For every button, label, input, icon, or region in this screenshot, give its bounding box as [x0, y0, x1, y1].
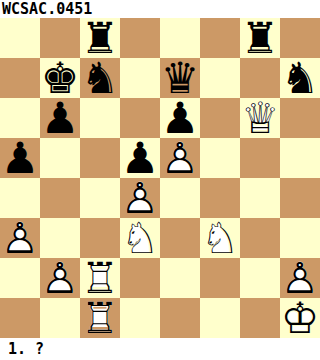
square-f2[interactable]	[200, 258, 240, 298]
piece-fill: ♛	[240, 98, 280, 138]
square-b8[interactable]	[40, 18, 80, 58]
square-a7[interactable]	[0, 58, 40, 98]
piece-fill: ♞	[120, 218, 160, 258]
square-a2[interactable]	[0, 258, 40, 298]
square-f5[interactable]	[200, 138, 240, 178]
piece-fill: ♟	[120, 178, 160, 218]
move-prompt-bar: 1. ?	[0, 338, 320, 360]
square-h8[interactable]	[280, 18, 320, 58]
square-f6[interactable]	[200, 98, 240, 138]
piece-white-pawn-icon: ♙	[0, 218, 40, 258]
square-c1[interactable]: ♜♖	[80, 298, 120, 338]
square-a4[interactable]	[0, 178, 40, 218]
square-f1[interactable]	[200, 298, 240, 338]
piece-white-knight-icon: ♘	[200, 218, 240, 258]
square-c2[interactable]: ♜♖	[80, 258, 120, 298]
square-e7[interactable]: ♛	[160, 58, 200, 98]
square-h4[interactable]	[280, 178, 320, 218]
piece-black-queen-icon: ♛	[160, 58, 200, 98]
piece-black-knight-icon: ♞	[80, 58, 120, 98]
square-c8[interactable]: ♜	[80, 18, 120, 58]
square-d2[interactable]	[120, 258, 160, 298]
piece-fill: ♜	[80, 258, 120, 298]
square-c4[interactable]	[80, 178, 120, 218]
square-b3[interactable]	[40, 218, 80, 258]
square-e5[interactable]: ♟♙	[160, 138, 200, 178]
square-g1[interactable]	[240, 298, 280, 338]
piece-white-queen-icon: ♕	[240, 98, 280, 138]
piece-white-pawn-icon: ♙	[280, 258, 320, 298]
piece-fill: ♟	[40, 258, 80, 298]
square-h2[interactable]: ♟♙	[280, 258, 320, 298]
square-f4[interactable]	[200, 178, 240, 218]
square-b5[interactable]	[40, 138, 80, 178]
piece-white-knight-icon: ♘	[120, 218, 160, 258]
piece-black-pawn-icon: ♟	[120, 138, 160, 178]
square-h7[interactable]: ♞	[280, 58, 320, 98]
square-e2[interactable]	[160, 258, 200, 298]
piece-white-pawn-icon: ♙	[120, 178, 160, 218]
square-d7[interactable]	[120, 58, 160, 98]
square-d6[interactable]	[120, 98, 160, 138]
square-b7[interactable]: ♚	[40, 58, 80, 98]
square-h5[interactable]	[280, 138, 320, 178]
square-f7[interactable]	[200, 58, 240, 98]
piece-white-king-icon: ♔	[280, 298, 320, 338]
square-a8[interactable]	[0, 18, 40, 58]
square-c3[interactable]	[80, 218, 120, 258]
piece-fill: ♟	[160, 138, 200, 178]
square-h3[interactable]	[280, 218, 320, 258]
square-h6[interactable]	[280, 98, 320, 138]
square-g3[interactable]	[240, 218, 280, 258]
square-g2[interactable]	[240, 258, 280, 298]
square-g7[interactable]	[240, 58, 280, 98]
square-c6[interactable]	[80, 98, 120, 138]
piece-fill: ♟	[0, 218, 40, 258]
piece-black-pawn-icon: ♟	[160, 98, 200, 138]
square-f8[interactable]	[200, 18, 240, 58]
piece-black-rook-icon: ♜	[240, 18, 280, 58]
piece-fill: ♜	[80, 298, 120, 338]
square-a6[interactable]	[0, 98, 40, 138]
chess-board: ♜♜♚♞♛♞♟♟♛♕♟♟♟♙♟♙♟♙♞♘♞♘♟♙♜♖♟♙♜♖♚♔	[0, 18, 320, 338]
square-e3[interactable]	[160, 218, 200, 258]
diagram-title: WCSAC.0451	[2, 0, 92, 18]
piece-white-pawn-icon: ♙	[40, 258, 80, 298]
square-a1[interactable]	[0, 298, 40, 338]
square-b2[interactable]: ♟♙	[40, 258, 80, 298]
square-b6[interactable]: ♟	[40, 98, 80, 138]
square-d3[interactable]: ♞♘	[120, 218, 160, 258]
piece-fill: ♞	[200, 218, 240, 258]
square-e1[interactable]	[160, 298, 200, 338]
piece-fill: ♚	[280, 298, 320, 338]
square-d5[interactable]: ♟	[120, 138, 160, 178]
piece-black-pawn-icon: ♟	[40, 98, 80, 138]
square-g8[interactable]: ♜	[240, 18, 280, 58]
square-f3[interactable]: ♞♘	[200, 218, 240, 258]
piece-fill: ♟	[280, 258, 320, 298]
square-c7[interactable]: ♞	[80, 58, 120, 98]
piece-white-rook-icon: ♖	[80, 298, 120, 338]
square-e4[interactable]	[160, 178, 200, 218]
piece-white-rook-icon: ♖	[80, 258, 120, 298]
piece-white-pawn-icon: ♙	[160, 138, 200, 178]
square-b4[interactable]	[40, 178, 80, 218]
square-b1[interactable]	[40, 298, 80, 338]
square-d1[interactable]	[120, 298, 160, 338]
piece-black-pawn-icon: ♟	[0, 138, 40, 178]
square-a5[interactable]: ♟	[0, 138, 40, 178]
square-d4[interactable]: ♟♙	[120, 178, 160, 218]
piece-black-king-icon: ♚	[40, 58, 80, 98]
piece-black-knight-icon: ♞	[280, 58, 320, 98]
square-d8[interactable]	[120, 18, 160, 58]
square-e6[interactable]: ♟	[160, 98, 200, 138]
move-prompt: 1. ?	[8, 340, 44, 358]
square-c5[interactable]	[80, 138, 120, 178]
square-e8[interactable]	[160, 18, 200, 58]
square-a3[interactable]: ♟♙	[0, 218, 40, 258]
square-g4[interactable]	[240, 178, 280, 218]
square-g6[interactable]: ♛♕	[240, 98, 280, 138]
diagram-title-bar: WCSAC.0451	[0, 0, 320, 18]
square-h1[interactable]: ♚♔	[280, 298, 320, 338]
square-g5[interactable]	[240, 138, 280, 178]
piece-black-rook-icon: ♜	[80, 18, 120, 58]
